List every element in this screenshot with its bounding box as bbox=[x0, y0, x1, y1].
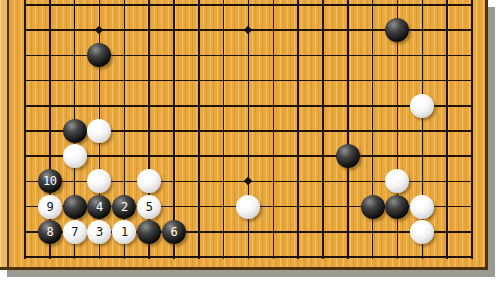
black-stone bbox=[336, 144, 360, 168]
white-stone bbox=[63, 144, 87, 168]
grid-vline bbox=[322, 0, 324, 259]
grid-hline bbox=[24, 80, 472, 82]
black-stone bbox=[63, 195, 87, 219]
grid-hline bbox=[24, 256, 472, 258]
grid-vline bbox=[347, 0, 349, 259]
white-stone bbox=[385, 169, 409, 193]
grid-vline bbox=[372, 0, 374, 259]
grid-vline bbox=[471, 0, 473, 259]
white-stone bbox=[87, 169, 111, 193]
black-stone: 2 bbox=[112, 195, 136, 219]
stone-move-number: 8 bbox=[46, 226, 53, 238]
white-stone: 9 bbox=[38, 195, 62, 219]
stone-move-number: 7 bbox=[71, 226, 78, 238]
go-board[interactable]: 10942587316 bbox=[0, 0, 488, 270]
white-stone: 3 bbox=[87, 220, 111, 244]
star-point bbox=[244, 177, 252, 185]
grid-vline bbox=[297, 0, 299, 259]
stone-move-number: 10 bbox=[43, 175, 56, 187]
stone-move-number: 5 bbox=[146, 201, 153, 213]
white-stone: 5 bbox=[137, 195, 161, 219]
board-frame-bottom bbox=[0, 267, 488, 270]
black-stone bbox=[87, 43, 111, 67]
white-stone: 1 bbox=[112, 220, 136, 244]
black-stone bbox=[137, 220, 161, 244]
star-point bbox=[244, 26, 252, 34]
white-stone bbox=[137, 169, 161, 193]
grid-vline bbox=[248, 0, 250, 259]
stone-move-number: 9 bbox=[46, 201, 53, 213]
black-stone: 10 bbox=[38, 169, 62, 193]
board-frame-left bbox=[7, 0, 9, 270]
board-frame-right bbox=[485, 0, 488, 270]
stone-move-number: 2 bbox=[121, 201, 128, 213]
black-stone bbox=[63, 119, 87, 143]
stone-move-number: 3 bbox=[96, 226, 103, 238]
grid-hline bbox=[24, 4, 472, 6]
black-stone bbox=[385, 18, 409, 42]
black-stone bbox=[385, 195, 409, 219]
white-stone bbox=[410, 195, 434, 219]
black-stone: 4 bbox=[87, 195, 111, 219]
grid-vline bbox=[273, 0, 275, 259]
black-stone: 8 bbox=[38, 220, 62, 244]
black-stone bbox=[361, 195, 385, 219]
white-stone bbox=[410, 220, 434, 244]
white-stone bbox=[87, 119, 111, 143]
grid-hline bbox=[24, 155, 472, 157]
stone-move-number: 6 bbox=[171, 226, 178, 238]
white-stone: 7 bbox=[63, 220, 87, 244]
page-root: 10942587316 bbox=[0, 0, 500, 285]
stone-move-number: 4 bbox=[96, 201, 103, 213]
white-stone bbox=[236, 195, 260, 219]
grid-vline bbox=[198, 0, 200, 259]
grid-vline bbox=[446, 0, 448, 259]
black-stone: 6 bbox=[162, 220, 186, 244]
board-left-margin bbox=[0, 0, 7, 270]
white-stone bbox=[410, 94, 434, 118]
stone-move-number: 1 bbox=[121, 226, 128, 238]
grid-vline bbox=[223, 0, 225, 259]
grid-hline bbox=[24, 105, 472, 107]
star-point bbox=[95, 26, 103, 34]
grid-vline bbox=[24, 0, 26, 259]
